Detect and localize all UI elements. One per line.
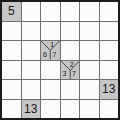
cell-r3c6[interactable] — [100, 41, 119, 60]
clue-top-value: 2 — [63, 61, 80, 69]
cell-r6c1[interactable] — [2, 100, 21, 119]
cell-r3c5[interactable] — [80, 41, 99, 60]
cell-r2c5[interactable] — [80, 22, 99, 41]
cell-r5c5[interactable] — [80, 80, 99, 99]
cell-r3c2[interactable] — [22, 41, 41, 60]
clue-value: 13 — [100, 80, 119, 99]
cell-r1c4[interactable] — [61, 2, 80, 21]
cell-r4c1[interactable] — [2, 61, 21, 80]
cell-r6c5[interactable] — [80, 100, 99, 119]
clue-bottom-left-value: 3 — [63, 70, 67, 78]
cell-r4c5[interactable] — [80, 61, 99, 80]
cell-r1c2[interactable] — [22, 2, 41, 21]
cell-r5c2[interactable] — [22, 80, 41, 99]
cell-r3c3: 167 — [41, 41, 60, 60]
cell-r4c4: 237 — [61, 61, 80, 80]
cell-r2c4[interactable] — [61, 22, 80, 41]
cell-r6c3[interactable] — [41, 100, 60, 119]
clue-value: 13 — [22, 100, 41, 119]
clue-top-value: 1 — [43, 41, 60, 49]
puzzle-board: 51672371313 — [0, 0, 120, 120]
clue-bottom-left-value: 6 — [43, 51, 47, 59]
cell-r3c1[interactable] — [2, 41, 21, 60]
cell-r5c3[interactable] — [41, 80, 60, 99]
cell-r1c6[interactable] — [100, 2, 119, 21]
cell-r6c4[interactable] — [61, 100, 80, 119]
cell-r5c4[interactable] — [61, 80, 80, 99]
cell-r1c3[interactable] — [41, 2, 60, 21]
cell-r5c6: 13 — [100, 80, 119, 99]
cell-r2c1[interactable] — [2, 22, 21, 41]
cell-r4c2[interactable] — [22, 61, 41, 80]
cell-r2c2[interactable] — [22, 22, 41, 41]
cell-r2c3[interactable] — [41, 22, 60, 41]
cell-r6c6[interactable] — [100, 100, 119, 119]
clue-value: 5 — [2, 2, 21, 21]
cell-r6c2: 13 — [22, 100, 41, 119]
cell-r1c1: 5 — [2, 2, 21, 21]
clue-bottom-right-value: 7 — [53, 51, 57, 59]
cell-r1c5[interactable] — [80, 2, 99, 21]
cell-r2c6[interactable] — [100, 22, 119, 41]
clue-bottom-right-value: 7 — [72, 70, 76, 78]
cell-r3c4[interactable] — [61, 41, 80, 60]
cell-r4c6[interactable] — [100, 61, 119, 80]
cell-r4c3[interactable] — [41, 61, 60, 80]
cell-r5c1[interactable] — [2, 80, 21, 99]
